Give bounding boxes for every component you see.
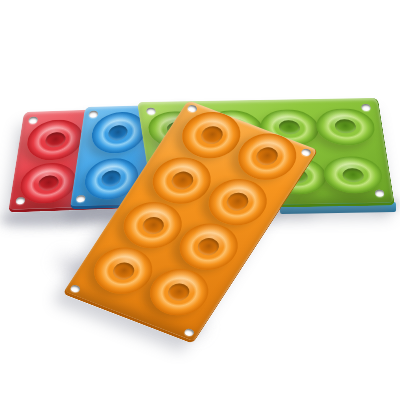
green-corner-hole-tl [146,108,156,115]
donut-hole [334,119,357,133]
donut-hole [37,175,59,191]
donut-hole [197,124,226,147]
donut-hole [342,168,365,182]
donut-ring [18,162,79,204]
donut-hole [101,171,122,187]
donut-hole [253,145,282,168]
orange-corner-hole-bl [69,284,81,293]
donut-hole [44,132,66,148]
donut-hole [278,120,301,134]
donut-ring [25,119,86,161]
donut-hole [138,214,167,237]
product-photo-stage [0,0,400,400]
orange-corner-hole-br [183,328,195,337]
donut-hole [107,125,128,141]
donut-ring [314,108,378,146]
green-corner-hole-tr [361,104,371,111]
donut-hole [194,235,223,258]
donut-hole [109,259,138,282]
donut-hole [165,281,194,304]
green-corner-hole-br [374,190,384,197]
donut-hole [168,169,197,192]
donut-hole [223,190,252,213]
donut-ring [321,156,385,194]
